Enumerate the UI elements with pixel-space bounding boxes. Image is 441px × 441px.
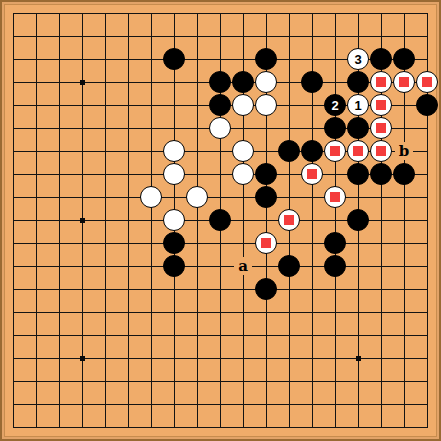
star-point-Q4 xyxy=(356,356,361,361)
stone-black-Q10[interactable] xyxy=(347,209,369,231)
stone-white-K14[interactable] xyxy=(209,117,231,139)
grid-vline-P xyxy=(335,13,336,428)
red-square-marker xyxy=(307,169,317,179)
red-square-marker xyxy=(353,146,363,156)
stone-white-H13[interactable] xyxy=(163,140,185,162)
stone-white-marked-T16[interactable] xyxy=(416,71,438,93)
stone-black-S17[interactable] xyxy=(393,48,415,70)
stone-white-H12[interactable] xyxy=(163,163,185,185)
stone-white-marked-R14[interactable] xyxy=(370,117,392,139)
stone-white-marked-S16[interactable] xyxy=(393,71,415,93)
stone-black-P14[interactable] xyxy=(324,117,346,139)
stone-black-N13[interactable] xyxy=(278,140,300,162)
grid-hline-3 xyxy=(13,381,428,382)
stone-black-S12[interactable] xyxy=(393,163,415,185)
stone-white-marked-P11[interactable] xyxy=(324,186,346,208)
stone-white-M15[interactable] xyxy=(255,94,277,116)
red-square-marker xyxy=(422,77,432,87)
red-square-marker xyxy=(330,192,340,202)
grid-hline-5 xyxy=(13,335,428,336)
grid-hline-8 xyxy=(13,266,428,267)
stone-black-H17[interactable] xyxy=(163,48,185,70)
stone-black-H8[interactable] xyxy=(163,255,185,277)
red-square-marker xyxy=(284,215,294,225)
star-point-D4 xyxy=(80,356,85,361)
stone-white-marked-R13[interactable] xyxy=(370,140,392,162)
point-label-a-L8[interactable]: a xyxy=(234,257,252,275)
grid-hline-7 xyxy=(13,289,428,290)
stone-white-J11[interactable] xyxy=(186,186,208,208)
stone-black-K16[interactable] xyxy=(209,71,231,93)
stone-black-Q14[interactable] xyxy=(347,117,369,139)
stone-white-marked-P13[interactable] xyxy=(324,140,346,162)
red-square-marker xyxy=(399,77,409,87)
star-point-D10 xyxy=(80,218,85,223)
stone-black-M11[interactable] xyxy=(255,186,277,208)
stone-black-H9[interactable] xyxy=(163,232,185,254)
stone-white-marked-R16[interactable] xyxy=(370,71,392,93)
star-point-D16 xyxy=(80,80,85,85)
grid-hline-4 xyxy=(13,358,428,359)
stone-white-G11[interactable] xyxy=(140,186,162,208)
red-square-marker xyxy=(376,100,386,110)
grid-hline-1 xyxy=(13,427,428,428)
red-square-marker xyxy=(261,238,271,248)
stone-black-M12[interactable] xyxy=(255,163,277,185)
stone-move-1-white-Q15[interactable]: 1 xyxy=(347,94,369,116)
point-label-b-S13[interactable]: b xyxy=(395,142,413,160)
stone-move-2-black-P15[interactable]: 2 xyxy=(324,94,346,116)
red-square-marker xyxy=(376,146,386,156)
stone-white-H10[interactable] xyxy=(163,209,185,231)
stone-white-marked-O12[interactable] xyxy=(301,163,323,185)
stone-white-marked-R15[interactable] xyxy=(370,94,392,116)
stone-black-T15[interactable] xyxy=(416,94,438,116)
stone-black-L16[interactable] xyxy=(232,71,254,93)
stone-black-Q16[interactable] xyxy=(347,71,369,93)
red-square-marker xyxy=(330,146,340,156)
grid-hline-2 xyxy=(13,404,428,405)
red-square-marker xyxy=(376,123,386,133)
stone-white-marked-M9[interactable] xyxy=(255,232,277,254)
stone-white-marked-Q13[interactable] xyxy=(347,140,369,162)
red-square-marker xyxy=(376,77,386,87)
stone-black-P8[interactable] xyxy=(324,255,346,277)
stone-white-L13[interactable] xyxy=(232,140,254,162)
stone-white-marked-N10[interactable] xyxy=(278,209,300,231)
stone-move-3-white-Q17[interactable]: 3 xyxy=(347,48,369,70)
grid-hline-6 xyxy=(13,312,428,313)
stone-black-R17[interactable] xyxy=(370,48,392,70)
go-board[interactable]: 321ba xyxy=(0,0,441,441)
move-number-2: 2 xyxy=(331,99,338,112)
stone-white-L12[interactable] xyxy=(232,163,254,185)
stone-black-P9[interactable] xyxy=(324,232,346,254)
stone-black-K10[interactable] xyxy=(209,209,231,231)
stone-white-L15[interactable] xyxy=(232,94,254,116)
stone-black-O13[interactable] xyxy=(301,140,323,162)
stone-black-N8[interactable] xyxy=(278,255,300,277)
stone-black-R12[interactable] xyxy=(370,163,392,185)
stone-black-M7[interactable] xyxy=(255,278,277,300)
grid-hline-9 xyxy=(13,243,428,244)
stone-black-K15[interactable] xyxy=(209,94,231,116)
stone-black-M17[interactable] xyxy=(255,48,277,70)
stone-white-M16[interactable] xyxy=(255,71,277,93)
stone-black-Q12[interactable] xyxy=(347,163,369,185)
move-number-3: 3 xyxy=(354,53,361,66)
move-number-1: 1 xyxy=(354,99,361,112)
stone-black-O16[interactable] xyxy=(301,71,323,93)
